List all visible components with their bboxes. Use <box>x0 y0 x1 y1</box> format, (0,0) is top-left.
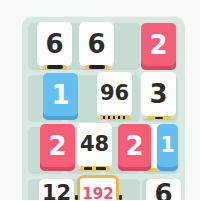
tile-6-r4c4[interactable]: 6 <box>146 179 181 200</box>
tile-value: 6 <box>45 31 63 57</box>
tile-mouth-icon <box>43 65 67 70</box>
decoration-dot-icon <box>75 195 78 200</box>
tile-6-r1c3[interactable]: 6 <box>79 22 114 69</box>
tile-value: 2 <box>149 32 167 58</box>
tile-value: 96 <box>100 83 129 104</box>
tile-value: 12 <box>42 183 71 200</box>
tile-value: 3 <box>149 81 167 107</box>
tile-value: 6 <box>87 31 105 57</box>
tile-value: 2 <box>48 133 66 159</box>
tile-2-r3c3[interactable]: 2 <box>118 124 151 171</box>
tile-48-r3c2[interactable]: 48 <box>77 123 112 170</box>
decoration-dot-icon <box>119 195 122 200</box>
tile-1-r2c2[interactable]: 1 <box>43 73 78 120</box>
tile-1-r3c4-sliding[interactable]: 1 <box>157 124 178 171</box>
tile-mouth-icon <box>85 65 109 70</box>
tile-mouth-icon <box>100 115 130 120</box>
tile-6-r1c2[interactable]: 6 <box>37 22 72 69</box>
threes-game-screen: 6 6 2 1 96 3 2 48 <box>0 0 200 200</box>
tile-value: 48 <box>80 134 109 155</box>
game-board[interactable]: 6 6 2 1 96 3 2 48 <box>22 16 185 200</box>
tile-mouth-icon <box>147 116 171 120</box>
tile-12-r4c1[interactable]: 12 <box>39 179 74 200</box>
tile-value: 1 <box>160 135 175 156</box>
tile-value: 192 <box>82 187 113 201</box>
tile-value: 1 <box>51 82 69 108</box>
tile-2-r3c1[interactable]: 2 <box>40 124 75 171</box>
tile-3-r2c4[interactable]: 3 <box>141 72 176 119</box>
tile-2-r1c4[interactable]: 2 <box>141 23 176 70</box>
tile-mouth-icon <box>80 166 110 171</box>
tile-value: 2 <box>125 133 143 159</box>
tile-192-r4c2-highlighted[interactable]: 192 <box>77 175 119 200</box>
tile-96-r2c3[interactable]: 96 <box>97 72 132 119</box>
tile-value: 6 <box>154 181 172 201</box>
